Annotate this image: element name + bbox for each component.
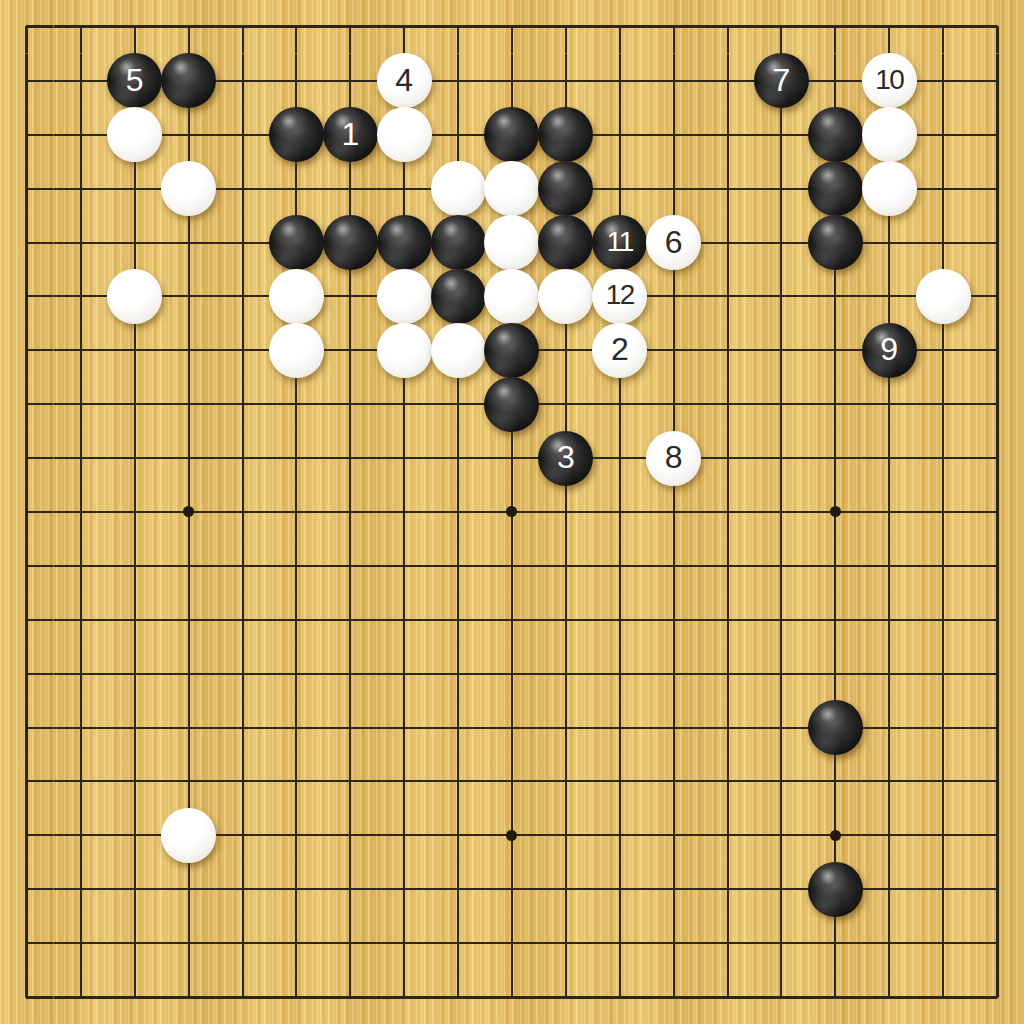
intersection bbox=[808, 593, 862, 647]
intersection bbox=[755, 269, 809, 323]
stone-black bbox=[808, 215, 863, 270]
intersection bbox=[970, 539, 1024, 593]
intersection bbox=[808, 0, 862, 54]
intersection bbox=[862, 377, 916, 431]
intersection bbox=[485, 377, 539, 431]
intersection bbox=[862, 701, 916, 755]
intersection bbox=[862, 108, 916, 162]
intersection bbox=[0, 647, 54, 701]
intersection bbox=[701, 593, 755, 647]
intersection bbox=[647, 162, 701, 216]
intersection bbox=[162, 216, 216, 270]
intersection bbox=[0, 431, 54, 485]
stone-white bbox=[916, 269, 971, 324]
intersection bbox=[54, 323, 108, 377]
intersection bbox=[269, 647, 323, 701]
stone-white bbox=[484, 215, 539, 270]
intersection bbox=[701, 755, 755, 809]
stone-black: 9 bbox=[862, 323, 917, 378]
intersection bbox=[916, 647, 970, 701]
intersection bbox=[0, 377, 54, 431]
intersection bbox=[216, 808, 270, 862]
intersection bbox=[755, 755, 809, 809]
intersection bbox=[808, 54, 862, 108]
intersection bbox=[54, 269, 108, 323]
stone-black bbox=[431, 269, 486, 324]
intersection bbox=[701, 323, 755, 377]
stone-black bbox=[377, 215, 432, 270]
intersection bbox=[431, 269, 485, 323]
intersection bbox=[647, 808, 701, 862]
intersection bbox=[916, 431, 970, 485]
intersection bbox=[108, 970, 162, 1024]
intersection bbox=[108, 108, 162, 162]
intersection bbox=[377, 970, 431, 1024]
intersection: 11 bbox=[593, 216, 647, 270]
intersection bbox=[216, 916, 270, 970]
intersection bbox=[970, 916, 1024, 970]
intersection bbox=[54, 862, 108, 916]
intersection bbox=[0, 701, 54, 755]
move-number: 1 bbox=[341, 118, 359, 150]
intersection bbox=[269, 162, 323, 216]
intersection bbox=[755, 216, 809, 270]
intersection: 9 bbox=[862, 323, 916, 377]
intersection bbox=[269, 485, 323, 539]
move-number: 6 bbox=[665, 226, 683, 258]
intersection bbox=[539, 970, 593, 1024]
intersection bbox=[593, 701, 647, 755]
intersection bbox=[377, 431, 431, 485]
intersection bbox=[269, 862, 323, 916]
intersection bbox=[0, 916, 54, 970]
intersection bbox=[539, 485, 593, 539]
intersection bbox=[0, 323, 54, 377]
stone-white bbox=[484, 161, 539, 216]
intersection bbox=[647, 701, 701, 755]
intersection bbox=[916, 755, 970, 809]
stone-white: 2 bbox=[592, 323, 647, 378]
intersection bbox=[970, 377, 1024, 431]
intersection bbox=[162, 108, 216, 162]
move-number: 5 bbox=[126, 64, 144, 96]
intersection bbox=[970, 0, 1024, 54]
stone-black bbox=[538, 215, 593, 270]
intersection bbox=[269, 269, 323, 323]
intersection bbox=[485, 0, 539, 54]
intersection bbox=[269, 970, 323, 1024]
intersection bbox=[323, 377, 377, 431]
intersection bbox=[970, 647, 1024, 701]
intersection bbox=[593, 0, 647, 54]
intersection bbox=[108, 808, 162, 862]
intersection bbox=[701, 269, 755, 323]
intersection bbox=[539, 269, 593, 323]
intersection bbox=[539, 647, 593, 701]
stone-black: 7 bbox=[754, 53, 809, 108]
intersection bbox=[431, 970, 485, 1024]
intersection bbox=[701, 431, 755, 485]
intersection bbox=[54, 162, 108, 216]
intersection bbox=[808, 539, 862, 593]
intersection bbox=[216, 970, 270, 1024]
intersection bbox=[539, 216, 593, 270]
intersection bbox=[431, 323, 485, 377]
intersection bbox=[485, 970, 539, 1024]
intersection bbox=[862, 485, 916, 539]
intersection bbox=[216, 755, 270, 809]
intersection bbox=[323, 485, 377, 539]
go-board: 547101116122938 bbox=[0, 0, 1024, 1024]
intersection bbox=[377, 108, 431, 162]
intersection bbox=[216, 269, 270, 323]
intersection bbox=[323, 162, 377, 216]
intersection bbox=[269, 54, 323, 108]
intersection bbox=[269, 108, 323, 162]
intersection bbox=[0, 539, 54, 593]
intersection bbox=[916, 970, 970, 1024]
intersection bbox=[108, 269, 162, 323]
intersection bbox=[377, 377, 431, 431]
intersection bbox=[108, 539, 162, 593]
stone-black bbox=[808, 862, 863, 917]
intersection bbox=[216, 108, 270, 162]
intersection bbox=[808, 862, 862, 916]
intersection bbox=[539, 862, 593, 916]
intersection bbox=[485, 916, 539, 970]
intersection bbox=[593, 108, 647, 162]
stone-black bbox=[808, 107, 863, 162]
intersection bbox=[701, 485, 755, 539]
intersection bbox=[269, 701, 323, 755]
move-number: 2 bbox=[611, 333, 629, 365]
intersection bbox=[916, 216, 970, 270]
intersection bbox=[862, 269, 916, 323]
stone-white: 10 bbox=[862, 53, 917, 108]
intersection bbox=[0, 485, 54, 539]
intersection: 12 bbox=[593, 269, 647, 323]
intersection bbox=[701, 647, 755, 701]
intersection bbox=[916, 0, 970, 54]
intersection bbox=[808, 216, 862, 270]
intersection bbox=[377, 485, 431, 539]
intersection bbox=[808, 108, 862, 162]
intersection bbox=[755, 808, 809, 862]
intersection bbox=[377, 216, 431, 270]
intersection bbox=[162, 54, 216, 108]
intersection bbox=[755, 539, 809, 593]
intersection bbox=[162, 862, 216, 916]
intersection bbox=[485, 54, 539, 108]
intersection bbox=[269, 808, 323, 862]
stone-black bbox=[484, 377, 539, 432]
stone-white bbox=[377, 323, 432, 378]
intersection bbox=[0, 162, 54, 216]
intersection bbox=[54, 701, 108, 755]
intersection bbox=[108, 323, 162, 377]
intersection bbox=[269, 377, 323, 431]
move-number: 9 bbox=[880, 333, 898, 365]
intersection bbox=[377, 862, 431, 916]
intersection bbox=[323, 862, 377, 916]
intersection bbox=[701, 162, 755, 216]
intersection bbox=[485, 647, 539, 701]
intersection bbox=[808, 485, 862, 539]
intersection bbox=[485, 108, 539, 162]
intersection bbox=[216, 0, 270, 54]
intersection bbox=[216, 216, 270, 270]
intersection bbox=[647, 323, 701, 377]
move-number: 11 bbox=[607, 228, 633, 256]
intersection bbox=[431, 377, 485, 431]
intersection bbox=[701, 970, 755, 1024]
intersection bbox=[431, 755, 485, 809]
intersection bbox=[701, 108, 755, 162]
intersection bbox=[108, 0, 162, 54]
intersection bbox=[755, 0, 809, 54]
intersection: 3 bbox=[539, 431, 593, 485]
intersection bbox=[216, 54, 270, 108]
intersection bbox=[916, 54, 970, 108]
intersection: 5 bbox=[108, 54, 162, 108]
intersection: 6 bbox=[647, 216, 701, 270]
intersection bbox=[593, 431, 647, 485]
intersection bbox=[54, 0, 108, 54]
stone-black: 5 bbox=[107, 53, 162, 108]
stone-white bbox=[269, 323, 324, 378]
intersection bbox=[647, 539, 701, 593]
intersection bbox=[970, 431, 1024, 485]
stone-white bbox=[107, 269, 162, 324]
intersection bbox=[162, 808, 216, 862]
star-point bbox=[830, 830, 841, 841]
intersection bbox=[162, 485, 216, 539]
stone-black bbox=[484, 107, 539, 162]
intersection bbox=[108, 162, 162, 216]
intersection bbox=[593, 539, 647, 593]
intersection bbox=[701, 862, 755, 916]
intersection bbox=[970, 54, 1024, 108]
intersection bbox=[54, 431, 108, 485]
intersection bbox=[862, 970, 916, 1024]
intersection bbox=[862, 216, 916, 270]
intersection bbox=[377, 647, 431, 701]
intersection bbox=[862, 916, 916, 970]
intersection bbox=[647, 916, 701, 970]
intersection bbox=[593, 755, 647, 809]
intersection bbox=[485, 431, 539, 485]
intersection bbox=[970, 216, 1024, 270]
stone-black bbox=[431, 215, 486, 270]
intersection bbox=[54, 377, 108, 431]
intersection: 8 bbox=[647, 431, 701, 485]
intersection bbox=[485, 485, 539, 539]
intersection bbox=[0, 269, 54, 323]
intersection bbox=[54, 216, 108, 270]
intersection bbox=[755, 862, 809, 916]
intersection bbox=[431, 539, 485, 593]
intersection bbox=[377, 539, 431, 593]
intersection bbox=[808, 377, 862, 431]
intersection bbox=[647, 755, 701, 809]
intersection bbox=[862, 593, 916, 647]
intersection bbox=[162, 323, 216, 377]
stone-black bbox=[538, 107, 593, 162]
intersection bbox=[269, 323, 323, 377]
intersection bbox=[862, 162, 916, 216]
intersection bbox=[701, 54, 755, 108]
intersection bbox=[485, 323, 539, 377]
intersection bbox=[377, 323, 431, 377]
intersection bbox=[755, 593, 809, 647]
intersection bbox=[269, 916, 323, 970]
stone-black bbox=[323, 215, 378, 270]
intersection bbox=[970, 593, 1024, 647]
intersection bbox=[377, 0, 431, 54]
stone-white bbox=[538, 269, 593, 324]
intersection bbox=[216, 862, 270, 916]
intersection bbox=[808, 916, 862, 970]
move-number: 7 bbox=[773, 64, 791, 96]
intersection bbox=[916, 593, 970, 647]
intersection bbox=[323, 323, 377, 377]
intersection bbox=[647, 647, 701, 701]
intersection: 4 bbox=[377, 54, 431, 108]
intersection bbox=[108, 593, 162, 647]
intersection bbox=[377, 593, 431, 647]
stone-white: 6 bbox=[646, 215, 701, 270]
intersection bbox=[162, 916, 216, 970]
intersection bbox=[0, 808, 54, 862]
intersection bbox=[485, 755, 539, 809]
intersection bbox=[0, 54, 54, 108]
intersection bbox=[431, 701, 485, 755]
stone-white bbox=[377, 107, 432, 162]
intersection bbox=[916, 108, 970, 162]
intersection bbox=[0, 970, 54, 1024]
stone-black bbox=[808, 700, 863, 755]
stone-white: 4 bbox=[377, 53, 432, 108]
intersection bbox=[54, 916, 108, 970]
intersection bbox=[539, 539, 593, 593]
intersection: 7 bbox=[755, 54, 809, 108]
intersection bbox=[916, 701, 970, 755]
intersection bbox=[647, 269, 701, 323]
intersection bbox=[539, 162, 593, 216]
intersection bbox=[269, 755, 323, 809]
move-number: 12 bbox=[606, 281, 634, 309]
intersection bbox=[162, 539, 216, 593]
intersection bbox=[916, 485, 970, 539]
intersection bbox=[808, 970, 862, 1024]
intersection bbox=[970, 755, 1024, 809]
intersection bbox=[269, 0, 323, 54]
intersection bbox=[323, 970, 377, 1024]
intersection bbox=[162, 755, 216, 809]
intersection bbox=[162, 647, 216, 701]
stone-white bbox=[161, 808, 216, 863]
intersection bbox=[323, 216, 377, 270]
stone-black: 3 bbox=[538, 431, 593, 486]
intersection bbox=[916, 539, 970, 593]
intersection bbox=[808, 808, 862, 862]
intersection: 10 bbox=[862, 54, 916, 108]
intersection bbox=[701, 0, 755, 54]
intersection bbox=[647, 862, 701, 916]
intersection bbox=[916, 377, 970, 431]
intersection bbox=[162, 431, 216, 485]
intersection bbox=[593, 593, 647, 647]
intersection bbox=[323, 701, 377, 755]
star-point bbox=[183, 506, 194, 517]
intersection bbox=[216, 323, 270, 377]
intersection bbox=[755, 701, 809, 755]
intersection bbox=[593, 916, 647, 970]
intersection bbox=[377, 701, 431, 755]
intersection: 1 bbox=[323, 108, 377, 162]
move-number: 10 bbox=[875, 66, 903, 94]
stone-black: 11 bbox=[592, 215, 647, 270]
intersection bbox=[539, 808, 593, 862]
intersection bbox=[916, 808, 970, 862]
go-diagram: 547101116122938 bbox=[0, 0, 1024, 1024]
stone-white bbox=[862, 161, 917, 216]
stone-black: 1 bbox=[323, 107, 378, 162]
intersection bbox=[647, 377, 701, 431]
intersection bbox=[755, 970, 809, 1024]
intersection bbox=[485, 216, 539, 270]
stone-black bbox=[269, 107, 324, 162]
intersection bbox=[755, 108, 809, 162]
intersection: 2 bbox=[593, 323, 647, 377]
intersection bbox=[701, 808, 755, 862]
star-point bbox=[506, 830, 517, 841]
intersection bbox=[323, 54, 377, 108]
intersection bbox=[539, 916, 593, 970]
intersection bbox=[862, 755, 916, 809]
intersection bbox=[377, 808, 431, 862]
intersection bbox=[431, 485, 485, 539]
stone-white bbox=[377, 269, 432, 324]
star-point bbox=[830, 506, 841, 517]
intersection bbox=[162, 377, 216, 431]
intersection bbox=[916, 862, 970, 916]
intersection bbox=[862, 0, 916, 54]
intersection bbox=[647, 108, 701, 162]
intersection bbox=[431, 916, 485, 970]
stone-black bbox=[808, 161, 863, 216]
intersection bbox=[970, 162, 1024, 216]
intersection bbox=[54, 54, 108, 108]
intersection bbox=[108, 377, 162, 431]
intersection bbox=[323, 808, 377, 862]
stone-black bbox=[161, 53, 216, 108]
intersection bbox=[108, 431, 162, 485]
intersection bbox=[593, 647, 647, 701]
intersection bbox=[970, 108, 1024, 162]
star-point bbox=[506, 506, 517, 517]
intersection bbox=[162, 701, 216, 755]
intersection bbox=[862, 808, 916, 862]
intersection bbox=[216, 377, 270, 431]
intersection bbox=[377, 162, 431, 216]
intersection bbox=[539, 593, 593, 647]
intersection bbox=[647, 593, 701, 647]
intersection bbox=[701, 216, 755, 270]
intersection bbox=[377, 269, 431, 323]
intersection bbox=[216, 647, 270, 701]
intersection bbox=[431, 54, 485, 108]
